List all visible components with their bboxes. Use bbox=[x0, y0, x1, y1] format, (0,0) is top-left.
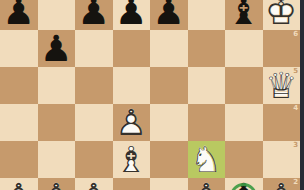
square-e2[interactable] bbox=[150, 178, 188, 190]
piece-black-bishop[interactable]: ♝ bbox=[225, 0, 263, 30]
piece-fill-layer: ♝ bbox=[225, 0, 263, 30]
square-c7[interactable]: ♟ bbox=[75, 0, 113, 30]
piece-fill-layer: ♟ bbox=[150, 0, 188, 30]
piece-white-pawn[interactable]: ♟♙ bbox=[188, 178, 226, 190]
piece-outline-layer: ♙ bbox=[38, 178, 76, 190]
square-d6[interactable] bbox=[113, 30, 151, 67]
square-d7[interactable]: ♟ bbox=[113, 0, 151, 30]
square-f7[interactable] bbox=[188, 0, 226, 30]
square-f4[interactable] bbox=[188, 104, 226, 141]
piece-outline-layer: ♘ bbox=[188, 141, 226, 178]
square-h6[interactable]: 6 bbox=[263, 30, 301, 67]
piece-outline-layer: ♔ bbox=[263, 0, 301, 30]
piece-white-bishop[interactable]: ♝♗ bbox=[113, 141, 151, 178]
rank-label-2: 2 bbox=[293, 179, 298, 186]
square-b4[interactable] bbox=[38, 104, 76, 141]
square-a4[interactable] bbox=[0, 104, 38, 141]
square-e4[interactable] bbox=[150, 104, 188, 141]
square-e5[interactable] bbox=[150, 67, 188, 104]
square-b2[interactable]: ♟♙ bbox=[38, 178, 76, 190]
square-d2[interactable] bbox=[113, 178, 151, 190]
square-b5[interactable] bbox=[38, 67, 76, 104]
piece-fill-layer: ♟ bbox=[38, 30, 76, 67]
piece-white-knight[interactable]: ♞♘ bbox=[188, 141, 226, 178]
square-e3[interactable] bbox=[150, 141, 188, 178]
piece-black-pawn[interactable]: ♟ bbox=[150, 0, 188, 30]
square-b3[interactable] bbox=[38, 141, 76, 178]
rank-label-5: 5 bbox=[293, 68, 298, 75]
piece-outline-layer: ♙ bbox=[75, 178, 113, 190]
piece-white-pawn[interactable]: ♟♙ bbox=[113, 104, 151, 141]
square-c5[interactable] bbox=[75, 67, 113, 104]
square-a3[interactable] bbox=[0, 141, 38, 178]
piece-black-pawn[interactable]: ♟ bbox=[75, 0, 113, 30]
piece-outline-layer: ♙ bbox=[113, 104, 151, 141]
chess-board: ♟♟♟♟♝♚♔♟6♛♕5♟♙4♝♗♞♘3♟♙♟♙♟♙♟♙♟♟♙2 bbox=[0, 0, 300, 190]
rank-label-3: 3 bbox=[293, 142, 298, 149]
piece-outline-layer: ♙ bbox=[188, 178, 226, 190]
square-f5[interactable] bbox=[188, 67, 226, 104]
piece-white-pawn[interactable]: ♟♙ bbox=[75, 178, 113, 190]
square-c3[interactable] bbox=[75, 141, 113, 178]
piece-outline-layer: ♗ bbox=[113, 141, 151, 178]
square-b7[interactable] bbox=[38, 0, 76, 30]
piece-fill-layer: ♟ bbox=[75, 0, 113, 30]
square-d4[interactable]: ♟♙ bbox=[113, 104, 151, 141]
square-d5[interactable] bbox=[113, 67, 151, 104]
piece-fill-layer: ♟ bbox=[113, 0, 151, 30]
rank-label-6: 6 bbox=[293, 31, 298, 38]
rank-label-4: 4 bbox=[293, 105, 298, 112]
square-h3[interactable]: 3 bbox=[263, 141, 301, 178]
piece-white-pawn[interactable]: ♟♙ bbox=[38, 178, 76, 190]
piece-black-pawn[interactable]: ♟ bbox=[0, 0, 38, 30]
square-d3[interactable]: ♝♗ bbox=[113, 141, 151, 178]
square-b6[interactable]: ♟ bbox=[38, 30, 76, 67]
square-c6[interactable] bbox=[75, 30, 113, 67]
square-c4[interactable] bbox=[75, 104, 113, 141]
square-g3[interactable] bbox=[225, 141, 263, 178]
piece-black-pawn[interactable]: ♟ bbox=[113, 0, 151, 30]
square-a7[interactable]: ♟ bbox=[0, 0, 38, 30]
square-g7[interactable]: ♝ bbox=[225, 0, 263, 30]
square-h7[interactable]: ♚♔ bbox=[263, 0, 301, 30]
square-a5[interactable] bbox=[0, 67, 38, 104]
square-f3[interactable]: ♞♘ bbox=[188, 141, 226, 178]
square-g5[interactable] bbox=[225, 67, 263, 104]
piece-fill-layer: ♟ bbox=[0, 0, 38, 30]
square-f6[interactable] bbox=[188, 30, 226, 67]
square-e7[interactable]: ♟ bbox=[150, 0, 188, 30]
square-a6[interactable] bbox=[0, 30, 38, 67]
square-c2[interactable]: ♟♙ bbox=[75, 178, 113, 190]
square-f2[interactable]: ♟♙ bbox=[188, 178, 226, 190]
game-window: ♟♟♟♟♝♚♔♟6♛♕5♟♙4♝♗♞♘3♟♙♟♙♟♙♟♙♟♟♙2 bbox=[0, 0, 304, 190]
square-g4[interactable] bbox=[225, 104, 263, 141]
square-e6[interactable] bbox=[150, 30, 188, 67]
square-h5[interactable]: ♛♕5 bbox=[263, 67, 301, 104]
piece-black-pawn[interactable]: ♟ bbox=[38, 30, 76, 67]
square-a2[interactable]: ♟♙ bbox=[0, 178, 38, 190]
square-h2[interactable]: ♟♙2 bbox=[263, 178, 301, 190]
piece-white-pawn[interactable]: ♟♙ bbox=[0, 178, 38, 190]
square-h4[interactable]: 4 bbox=[263, 104, 301, 141]
square-g6[interactable] bbox=[225, 30, 263, 67]
piece-outline-layer: ♙ bbox=[0, 178, 38, 190]
piece-white-king[interactable]: ♚♔ bbox=[263, 0, 301, 30]
